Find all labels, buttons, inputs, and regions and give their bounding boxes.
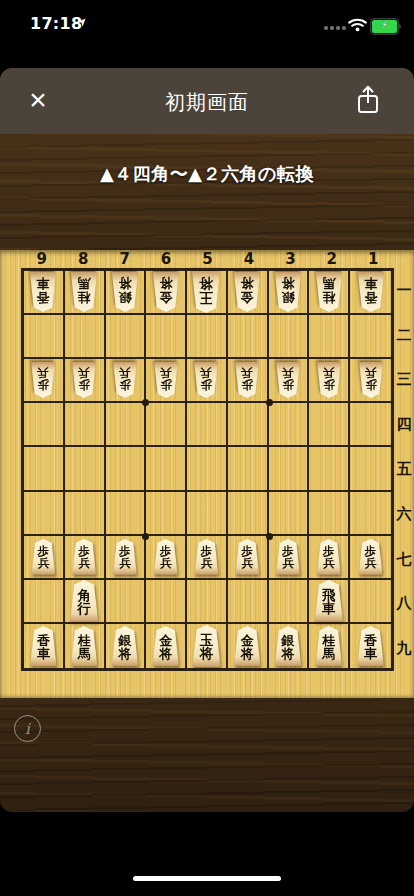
board-cell [65, 403, 106, 447]
shogi-piece-歩兵: 歩兵 [30, 539, 57, 575]
shogi-piece-金将: 金将 [232, 626, 262, 666]
board-cell [228, 492, 269, 536]
board-cell: 歩兵 [65, 359, 106, 403]
battery-charging-icon: ⚡ [371, 19, 398, 34]
board-cell [269, 447, 310, 491]
shogi-piece-歩兵: 歩兵 [315, 362, 342, 398]
shogi-piece-桂馬: 桂馬 [69, 272, 99, 312]
shogi-piece-歩兵: 歩兵 [71, 539, 98, 575]
home-indicator[interactable] [133, 876, 281, 881]
file-coordinates: 987654321 [21, 251, 394, 267]
board-cell: 歩兵 [309, 359, 350, 403]
board-cell [187, 492, 228, 536]
shogi-piece-歩兵: 歩兵 [357, 539, 384, 575]
board-cell [269, 403, 310, 447]
board-grid: 香車桂馬銀将金将王将金将銀将桂馬香車歩兵歩兵歩兵歩兵歩兵歩兵歩兵歩兵歩兵歩兵歩兵… [21, 268, 394, 671]
shogi-piece-歩兵: 歩兵 [193, 539, 220, 575]
board-cell: 歩兵 [187, 359, 228, 403]
shogi-piece-歩兵: 歩兵 [111, 539, 138, 575]
shogi-piece-歩兵: 歩兵 [357, 362, 384, 398]
shogi-piece-銀将: 銀将 [273, 626, 303, 666]
rank-label: 八 [394, 581, 414, 626]
shogi-piece-桂馬: 桂馬 [314, 626, 344, 666]
board-cell: 歩兵 [350, 359, 391, 403]
board-cell: 歩兵 [228, 359, 269, 403]
board-cell [146, 447, 187, 491]
shogi-piece-歩兵: 歩兵 [30, 362, 57, 398]
board-cell: 香車 [24, 624, 65, 668]
board-cell [228, 447, 269, 491]
board-cell [228, 315, 269, 359]
board-cell [24, 447, 65, 491]
wifi-icon [348, 17, 367, 36]
file-label: 5 [187, 251, 228, 267]
clock: 17:18 [30, 14, 82, 33]
board-cell: 銀将 [269, 624, 310, 668]
board-cell: 香車 [350, 271, 391, 315]
board-cell [350, 580, 391, 624]
board-cell [65, 315, 106, 359]
board-cell: 歩兵 [24, 359, 65, 403]
board-cell: 香車 [24, 271, 65, 315]
board-cell [309, 492, 350, 536]
board-cell: 玉将 [187, 624, 228, 668]
rank-label: 五 [394, 447, 414, 492]
header-bar: × 初期画面 [0, 68, 414, 134]
file-label: 8 [62, 251, 103, 267]
rank-label: 六 [394, 492, 414, 537]
board-cell [24, 492, 65, 536]
shogi-piece-金将: 金将 [232, 272, 262, 312]
board-cell: 飛車 [309, 580, 350, 624]
board-cell: 歩兵 [187, 536, 228, 580]
board-cell: 歩兵 [228, 536, 269, 580]
rank-label: 一 [394, 268, 414, 313]
board-cell [309, 315, 350, 359]
board-cell: 香車 [350, 624, 391, 668]
board-cell: 金将 [228, 624, 269, 668]
share-icon [355, 84, 381, 116]
shogi-piece-歩兵: 歩兵 [275, 362, 302, 398]
board-cell: 歩兵 [269, 536, 310, 580]
file-label: 3 [270, 251, 311, 267]
shogi-piece-桂馬: 桂馬 [69, 626, 99, 666]
board-cell [269, 580, 310, 624]
board-cell: 銀将 [269, 271, 310, 315]
board-cell [187, 580, 228, 624]
shogi-piece-歩兵: 歩兵 [152, 539, 179, 575]
board-cell: 金将 [146, 271, 187, 315]
board-cell: 桂馬 [65, 271, 106, 315]
file-label: 1 [353, 251, 394, 267]
board-cell [106, 580, 147, 624]
board-cell: 歩兵 [65, 536, 106, 580]
board-cell [146, 315, 187, 359]
board-cell [228, 403, 269, 447]
chapter-title: ▲４四角〜▲２六角の転換 [0, 162, 414, 186]
board-cell: 銀将 [106, 624, 147, 668]
shogi-piece-歩兵: 歩兵 [234, 539, 261, 575]
shogi-board: 987654321 香車桂馬銀将金将王将金将銀将桂馬香車歩兵歩兵歩兵歩兵歩兵歩兵… [0, 250, 414, 698]
shogi-piece-歩兵: 歩兵 [275, 539, 302, 575]
rank-label: 九 [394, 626, 414, 671]
board-cell [228, 580, 269, 624]
shogi-piece-銀将: 銀将 [110, 626, 140, 666]
status-bar: 17:18 ➤ ⚡ [0, 0, 414, 68]
shogi-piece-玉将: 玉将 [190, 625, 222, 667]
rank-label: 七 [394, 537, 414, 582]
star-point [142, 533, 149, 540]
board-cell [106, 403, 147, 447]
board-cell [106, 447, 147, 491]
board-cell [269, 492, 310, 536]
shogi-piece-金将: 金将 [151, 272, 181, 312]
board-cell [269, 315, 310, 359]
file-label: 7 [104, 251, 145, 267]
board-cell: 歩兵 [106, 536, 147, 580]
board-cell [350, 315, 391, 359]
shogi-piece-香車: 香車 [356, 272, 386, 312]
board-cell: 角行 [65, 580, 106, 624]
rank-label: 二 [394, 313, 414, 358]
file-label: 6 [145, 251, 186, 267]
shogi-piece-香車: 香車 [356, 626, 386, 666]
board-cell [106, 492, 147, 536]
board-cell: 金将 [146, 624, 187, 668]
board-cell [309, 403, 350, 447]
board-cell [24, 315, 65, 359]
info-button[interactable]: i [14, 715, 41, 742]
board-cell [187, 403, 228, 447]
board-cell [24, 403, 65, 447]
board-cell: 歩兵 [309, 536, 350, 580]
file-label: 2 [311, 251, 352, 267]
board-cell: 歩兵 [24, 536, 65, 580]
board-cell: 歩兵 [106, 359, 147, 403]
board-cell [350, 447, 391, 491]
board-cell [146, 492, 187, 536]
board-cell [65, 447, 106, 491]
board-cell: 銀将 [106, 271, 147, 315]
board-cell: 歩兵 [350, 536, 391, 580]
board-cell: 王将 [187, 271, 228, 315]
board-cell [187, 315, 228, 359]
shogi-piece-香車: 香車 [28, 272, 58, 312]
rank-label: 三 [394, 358, 414, 403]
cellular-dots-icon [324, 26, 346, 30]
shogi-piece-王将: 王将 [190, 271, 222, 313]
shogi-piece-銀将: 銀将 [110, 272, 140, 312]
shogi-piece-歩兵: 歩兵 [71, 362, 98, 398]
shogi-piece-歩兵: 歩兵 [111, 362, 138, 398]
shogi-piece-香車: 香車 [28, 626, 58, 666]
board-cell [309, 447, 350, 491]
board-cell: 金将 [228, 271, 269, 315]
shogi-piece-金将: 金将 [151, 626, 181, 666]
shogi-piece-歩兵: 歩兵 [234, 362, 261, 398]
board-cell: 桂馬 [309, 624, 350, 668]
file-label: 4 [228, 251, 269, 267]
shogi-piece-歩兵: 歩兵 [315, 539, 342, 575]
board-cell [106, 315, 147, 359]
board-cell [350, 403, 391, 447]
board-cell [146, 403, 187, 447]
board-cell [65, 492, 106, 536]
board-cell: 桂馬 [65, 624, 106, 668]
board-cell: 歩兵 [146, 359, 187, 403]
shogi-piece-歩兵: 歩兵 [193, 362, 220, 398]
board-cell: 歩兵 [146, 536, 187, 580]
shogi-piece-歩兵: 歩兵 [152, 362, 179, 398]
board-cell: 歩兵 [269, 359, 310, 403]
shogi-piece-角行: 角行 [68, 580, 100, 622]
file-label: 9 [21, 251, 62, 267]
board-cell: 桂馬 [309, 271, 350, 315]
rank-coordinates: 一二三四五六七八九 [394, 268, 414, 671]
app-card: 987654321 香車桂馬銀将金将王将金将銀将桂馬香車歩兵歩兵歩兵歩兵歩兵歩兵… [0, 68, 414, 812]
star-point [266, 399, 273, 406]
share-button[interactable] [350, 80, 386, 122]
shogi-piece-銀将: 銀将 [273, 272, 303, 312]
rank-label: 四 [394, 402, 414, 447]
star-point [142, 399, 149, 406]
board-cell [146, 580, 187, 624]
board-cell [350, 492, 391, 536]
board-cell [24, 580, 65, 624]
board-cell [187, 447, 228, 491]
shogi-piece-飛車: 飛車 [313, 580, 345, 622]
shogi-piece-桂馬: 桂馬 [314, 272, 344, 312]
